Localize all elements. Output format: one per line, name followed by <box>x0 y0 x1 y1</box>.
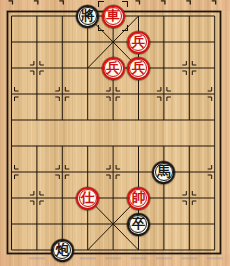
board-grid[interactable]: 將車兵兵兵馬仕帥卒炮 <box>0 3 227 263</box>
intersection-4-2: 兵 <box>100 55 125 81</box>
black-soldier-glyph: 卒 <box>129 214 148 233</box>
red-advisor-piece[interactable]: 仕 <box>76 187 99 210</box>
intersection-5-8: 卒 <box>126 211 151 237</box>
intersection-3-7: 仕 <box>75 185 100 211</box>
red-soldier-3-piece[interactable]: 兵 <box>127 57 150 80</box>
intersection-5-2: 兵 <box>126 55 151 81</box>
intersection-5-1: 兵 <box>126 29 151 55</box>
red-chariot-piece[interactable]: 車 <box>102 5 125 28</box>
black-horse-glyph: 馬 <box>154 162 173 181</box>
red-soldier-1-glyph: 兵 <box>129 32 148 51</box>
red-general-glyph: 帥 <box>129 188 148 207</box>
black-cannon-piece[interactable]: 炮 <box>51 239 74 262</box>
intersection-6-6: 馬 <box>151 159 176 185</box>
black-general-glyph: 將 <box>78 6 97 25</box>
red-soldier-1-piece[interactable]: 兵 <box>127 31 150 54</box>
black-cannon-glyph: 炮 <box>53 240 72 259</box>
intersection-4-0: 車 <box>100 3 125 29</box>
red-soldier-2-piece[interactable]: 兵 <box>102 57 125 80</box>
black-horse-piece[interactable]: 馬 <box>152 161 175 184</box>
intersection-3-0: 將 <box>75 3 100 29</box>
black-general-piece[interactable]: 將 <box>76 5 99 28</box>
red-chariot-glyph: 車 <box>104 6 123 25</box>
red-general-piece[interactable]: 帥 <box>127 187 150 210</box>
black-soldier-piece[interactable]: 卒 <box>127 213 150 236</box>
intersection-2-9: 炮 <box>50 237 75 263</box>
red-soldier-2-glyph: 兵 <box>104 58 123 77</box>
red-advisor-glyph: 仕 <box>78 188 97 207</box>
red-soldier-3-glyph: 兵 <box>129 58 148 77</box>
xiangqi-board: 將車兵兵兵馬仕帥卒炮 <box>0 0 230 266</box>
intersection-5-7: 帥 <box>126 185 151 211</box>
